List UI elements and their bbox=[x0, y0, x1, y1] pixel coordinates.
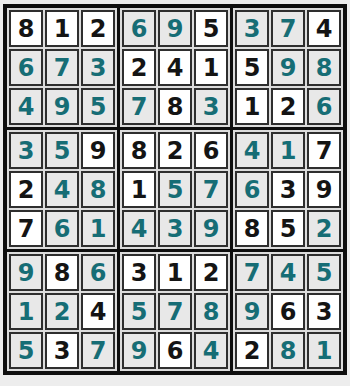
sudoku-cell-r9c1[interactable]: 5 bbox=[9, 332, 43, 369]
sudoku-cell-r4c4[interactable]: 8 bbox=[122, 132, 156, 169]
sudoku-cell-r3c1[interactable]: 4 bbox=[9, 88, 43, 125]
sudoku-cell-r6c1[interactable]: 7 bbox=[9, 210, 43, 247]
sudoku-cell-r8c6[interactable]: 8 bbox=[194, 293, 228, 330]
sudoku-cell-r1c1[interactable]: 8 bbox=[9, 10, 43, 47]
sudoku-cell-r7c2[interactable]: 8 bbox=[45, 254, 79, 291]
sudoku-cell-r3c8[interactable]: 2 bbox=[271, 88, 305, 125]
sudoku-cell-r5c4[interactable]: 1 bbox=[122, 171, 156, 208]
sudoku-cell-r7c4[interactable]: 3 bbox=[122, 254, 156, 291]
sudoku-cell-r8c2[interactable]: 2 bbox=[45, 293, 79, 330]
sudoku-cell-r4c9[interactable]: 7 bbox=[307, 132, 341, 169]
sudoku-cell-r6c3[interactable]: 1 bbox=[81, 210, 115, 247]
sudoku-cell-r5c5[interactable]: 5 bbox=[158, 171, 192, 208]
sudoku-cell-r2c5[interactable]: 4 bbox=[158, 49, 192, 86]
sudoku-cell-r8c9[interactable]: 3 bbox=[307, 293, 341, 330]
sudoku-cell-r7c1[interactable]: 9 bbox=[9, 254, 43, 291]
sudoku-cell-r1c3[interactable]: 2 bbox=[81, 10, 115, 47]
sudoku-cell-r4c7[interactable]: 4 bbox=[235, 132, 269, 169]
sudoku-cell-r4c5[interactable]: 2 bbox=[158, 132, 192, 169]
sudoku-cell-r5c7[interactable]: 6 bbox=[235, 171, 269, 208]
sudoku-box-r2c3: 417639852 bbox=[233, 130, 343, 249]
sudoku-box-r3c2: 312578964 bbox=[120, 252, 230, 371]
sudoku-cell-r1c4[interactable]: 6 bbox=[122, 10, 156, 47]
sudoku-cell-r2c2[interactable]: 7 bbox=[45, 49, 79, 86]
sudoku-cell-r2c4[interactable]: 2 bbox=[122, 49, 156, 86]
sudoku-cell-r2c8[interactable]: 9 bbox=[271, 49, 305, 86]
sudoku-cell-r9c6[interactable]: 4 bbox=[194, 332, 228, 369]
sudoku-cell-r5c6[interactable]: 7 bbox=[194, 171, 228, 208]
sudoku-cell-r7c9[interactable]: 5 bbox=[307, 254, 341, 291]
sudoku-cell-r6c8[interactable]: 5 bbox=[271, 210, 305, 247]
sudoku-cell-r6c2[interactable]: 6 bbox=[45, 210, 79, 247]
sudoku-cell-r7c7[interactable]: 7 bbox=[235, 254, 269, 291]
sudoku-cell-r6c5[interactable]: 3 bbox=[158, 210, 192, 247]
sudoku-cell-r6c9[interactable]: 2 bbox=[307, 210, 341, 247]
sudoku-cell-r1c2[interactable]: 1 bbox=[45, 10, 79, 47]
sudoku-cell-r2c9[interactable]: 8 bbox=[307, 49, 341, 86]
sudoku-box-r2c2: 826157439 bbox=[120, 130, 230, 249]
sudoku-cell-r7c5[interactable]: 1 bbox=[158, 254, 192, 291]
sudoku-cell-r6c4[interactable]: 4 bbox=[122, 210, 156, 247]
sudoku-cell-r1c5[interactable]: 9 bbox=[158, 10, 192, 47]
sudoku-cell-r3c4[interactable]: 7 bbox=[122, 88, 156, 125]
sudoku-cell-r1c8[interactable]: 7 bbox=[271, 10, 305, 47]
sudoku-cell-r7c8[interactable]: 4 bbox=[271, 254, 305, 291]
sudoku-cell-r5c2[interactable]: 4 bbox=[45, 171, 79, 208]
sudoku-cell-r3c2[interactable]: 9 bbox=[45, 88, 79, 125]
sudoku-cell-r4c3[interactable]: 9 bbox=[81, 132, 115, 169]
sudoku-cell-r2c1[interactable]: 6 bbox=[9, 49, 43, 86]
sudoku-cell-r2c3[interactable]: 3 bbox=[81, 49, 115, 86]
sudoku-cell-r4c1[interactable]: 3 bbox=[9, 132, 43, 169]
sudoku-cell-r5c3[interactable]: 8 bbox=[81, 171, 115, 208]
sudoku-box-r1c3: 374598126 bbox=[233, 8, 343, 127]
sudoku-cell-r9c5[interactable]: 6 bbox=[158, 332, 192, 369]
sudoku-cell-r8c3[interactable]: 4 bbox=[81, 293, 115, 330]
sudoku-cell-r2c7[interactable]: 5 bbox=[235, 49, 269, 86]
sudoku-box-r1c1: 812673495 bbox=[7, 8, 117, 127]
sudoku-cell-r9c3[interactable]: 7 bbox=[81, 332, 115, 369]
sudoku-cell-r4c6[interactable]: 6 bbox=[194, 132, 228, 169]
sudoku-cell-r6c6[interactable]: 9 bbox=[194, 210, 228, 247]
sudoku-cell-r8c7[interactable]: 9 bbox=[235, 293, 269, 330]
sudoku-cell-r5c9[interactable]: 9 bbox=[307, 171, 341, 208]
sudoku-cell-r3c5[interactable]: 8 bbox=[158, 88, 192, 125]
sudoku-cell-r8c8[interactable]: 6 bbox=[271, 293, 305, 330]
sudoku-cell-r6c7[interactable]: 8 bbox=[235, 210, 269, 247]
sudoku-cell-r1c9[interactable]: 4 bbox=[307, 10, 341, 47]
sudoku-cell-r9c4[interactable]: 9 bbox=[122, 332, 156, 369]
sudoku-board: 8126734956952417833745981263592487618261… bbox=[3, 4, 347, 375]
sudoku-cell-r3c7[interactable]: 1 bbox=[235, 88, 269, 125]
sudoku-cell-r7c6[interactable]: 2 bbox=[194, 254, 228, 291]
sudoku-cell-r8c1[interactable]: 1 bbox=[9, 293, 43, 330]
sudoku-box-r2c1: 359248761 bbox=[7, 130, 117, 249]
sudoku-cell-r7c3[interactable]: 6 bbox=[81, 254, 115, 291]
sudoku-box-r1c2: 695241783 bbox=[120, 8, 230, 127]
sudoku-cell-r1c7[interactable]: 3 bbox=[235, 10, 269, 47]
sudoku-cell-r1c6[interactable]: 5 bbox=[194, 10, 228, 47]
sudoku-cell-r8c5[interactable]: 7 bbox=[158, 293, 192, 330]
sudoku-box-r3c1: 986124537 bbox=[7, 252, 117, 371]
sudoku-cell-r8c4[interactable]: 5 bbox=[122, 293, 156, 330]
sudoku-cell-r3c9[interactable]: 6 bbox=[307, 88, 341, 125]
sudoku-box-r3c3: 745963281 bbox=[233, 252, 343, 371]
sudoku-cell-r3c6[interactable]: 3 bbox=[194, 88, 228, 125]
sudoku-cell-r9c8[interactable]: 8 bbox=[271, 332, 305, 369]
sudoku-cell-r9c9[interactable]: 1 bbox=[307, 332, 341, 369]
sudoku-cell-r3c3[interactable]: 5 bbox=[81, 88, 115, 125]
sudoku-cell-r9c7[interactable]: 2 bbox=[235, 332, 269, 369]
sudoku-cell-r2c6[interactable]: 1 bbox=[194, 49, 228, 86]
page: 8126734956952417833745981263592487618261… bbox=[0, 0, 350, 386]
sudoku-cell-r4c2[interactable]: 5 bbox=[45, 132, 79, 169]
sudoku-cell-r5c8[interactable]: 3 bbox=[271, 171, 305, 208]
sudoku-cell-r9c2[interactable]: 3 bbox=[45, 332, 79, 369]
sudoku-cell-r5c1[interactable]: 2 bbox=[9, 171, 43, 208]
sudoku-cell-r4c8[interactable]: 1 bbox=[271, 132, 305, 169]
